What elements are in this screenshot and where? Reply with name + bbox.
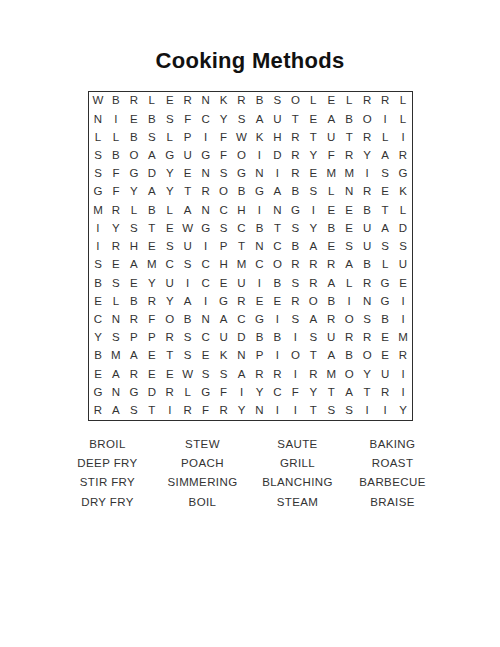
grid-cell[interactable]: O [340, 311, 358, 329]
grid-cell[interactable]: T [304, 347, 322, 365]
grid-cell[interactable]: O [161, 311, 179, 329]
grid-cell[interactable]: P [143, 329, 161, 347]
grid-cell[interactable]: S [89, 147, 107, 165]
grid-cell[interactable]: O [286, 92, 304, 110]
grid-cell[interactable]: I [394, 128, 412, 146]
grid-cell[interactable]: H [233, 201, 251, 219]
grid-cell[interactable]: B [358, 201, 376, 219]
grid-cell[interactable]: I [340, 292, 358, 310]
grid-cell[interactable]: T [143, 402, 161, 420]
grid-cell[interactable]: G [125, 165, 143, 183]
grid-cell[interactable]: R [233, 92, 251, 110]
grid-cell[interactable]: I [161, 402, 179, 420]
grid-cell[interactable]: I [394, 384, 412, 402]
grid-cell[interactable]: F [215, 384, 233, 402]
grid-cell[interactable]: S [340, 402, 358, 420]
grid-cell[interactable]: A [215, 311, 233, 329]
grid-cell[interactable]: G [251, 183, 269, 201]
grid-cell[interactable]: I [197, 128, 215, 146]
grid-cell[interactable]: Y [358, 365, 376, 383]
grid-cell[interactable]: L [394, 92, 412, 110]
grid-cell[interactable]: I [376, 402, 394, 420]
grid-cell[interactable]: F [215, 147, 233, 165]
grid-cell[interactable]: Y [304, 384, 322, 402]
grid-cell[interactable]: R [376, 92, 394, 110]
grid-cell[interactable]: R [376, 384, 394, 402]
grid-cell[interactable]: G [125, 384, 143, 402]
grid-cell[interactable]: Y [304, 147, 322, 165]
grid-cell[interactable]: R [179, 92, 197, 110]
grid-cell[interactable]: C [233, 311, 251, 329]
grid-cell[interactable]: U [358, 238, 376, 256]
grid-cell[interactable]: C [268, 238, 286, 256]
grid-cell[interactable]: C [268, 384, 286, 402]
grid-cell[interactable]: B [286, 183, 304, 201]
grid-cell[interactable]: U [268, 110, 286, 128]
grid-cell[interactable]: M [322, 165, 340, 183]
grid-cell[interactable]: W [179, 220, 197, 238]
grid-cell[interactable]: O [340, 365, 358, 383]
grid-cell[interactable]: D [233, 329, 251, 347]
grid-cell[interactable]: G [197, 220, 215, 238]
grid-cell[interactable]: T [304, 402, 322, 420]
grid-cell[interactable]: E [340, 201, 358, 219]
grid-cell[interactable]: L [107, 292, 125, 310]
grid-cell[interactable]: C [197, 110, 215, 128]
grid-cell[interactable]: Y [89, 329, 107, 347]
grid-cell[interactable]: B [143, 110, 161, 128]
grid-cell[interactable]: R [358, 274, 376, 292]
grid-cell[interactable]: B [358, 256, 376, 274]
grid-cell[interactable]: L [304, 92, 322, 110]
grid-cell[interactable]: R [322, 311, 340, 329]
grid-cell[interactable]: L [125, 201, 143, 219]
grid-cell[interactable]: A [340, 256, 358, 274]
grid-cell[interactable]: E [376, 347, 394, 365]
grid-cell[interactable]: A [268, 183, 286, 201]
grid-cell[interactable]: L [394, 201, 412, 219]
grid-cell[interactable]: I [197, 238, 215, 256]
grid-cell[interactable]: F [143, 311, 161, 329]
grid-cell[interactable]: I [376, 110, 394, 128]
grid-cell[interactable]: Y [358, 147, 376, 165]
grid-cell[interactable]: M [340, 165, 358, 183]
grid-cell[interactable]: Y [161, 292, 179, 310]
grid-cell[interactable]: I [233, 384, 251, 402]
grid-cell[interactable]: I [179, 274, 197, 292]
grid-cell[interactable]: O [215, 183, 233, 201]
grid-cell[interactable]: R [340, 329, 358, 347]
grid-cell[interactable]: G [251, 311, 269, 329]
grid-cell[interactable]: G [197, 147, 215, 165]
grid-cell[interactable]: L [107, 128, 125, 146]
grid-cell[interactable]: G [286, 201, 304, 219]
grid-cell[interactable]: B [179, 311, 197, 329]
grid-cell[interactable]: E [143, 347, 161, 365]
grid-cell[interactable]: R [304, 274, 322, 292]
grid-cell[interactable]: S [358, 311, 376, 329]
grid-cell[interactable]: A [322, 274, 340, 292]
grid-cell[interactable]: B [251, 92, 269, 110]
grid-cell[interactable]: I [197, 292, 215, 310]
grid-cell[interactable]: L [161, 201, 179, 219]
grid-cell[interactable]: O [358, 347, 376, 365]
grid-cell[interactable]: L [179, 384, 197, 402]
grid-cell[interactable]: S [215, 365, 233, 383]
grid-cell[interactable]: O [286, 347, 304, 365]
grid-cell[interactable]: A [143, 183, 161, 201]
grid-cell[interactable]: E [394, 274, 412, 292]
grid-cell[interactable]: K [251, 128, 269, 146]
grid-cell[interactable]: A [322, 110, 340, 128]
grid-cell[interactable]: I [268, 402, 286, 420]
grid-cell[interactable]: S [215, 220, 233, 238]
grid-cell[interactable]: G [89, 183, 107, 201]
grid-cell[interactable]: O [268, 256, 286, 274]
grid-cell[interactable]: R [358, 128, 376, 146]
grid-cell[interactable]: G [197, 384, 215, 402]
grid-cell[interactable]: N [251, 165, 269, 183]
grid-cell[interactable]: P [179, 128, 197, 146]
grid-cell[interactable]: Y [304, 220, 322, 238]
grid-cell[interactable]: E [322, 238, 340, 256]
grid-cell[interactable]: B [322, 220, 340, 238]
grid-cell[interactable]: S [179, 347, 197, 365]
grid-cell[interactable]: R [358, 329, 376, 347]
grid-cell[interactable]: S [376, 165, 394, 183]
grid-cell[interactable]: S [161, 238, 179, 256]
grid-cell[interactable]: A [340, 384, 358, 402]
grid-cell[interactable]: N [107, 384, 125, 402]
grid-cell[interactable]: R [286, 147, 304, 165]
grid-cell[interactable]: C [197, 256, 215, 274]
grid-cell[interactable]: E [304, 110, 322, 128]
grid-cell[interactable]: I [89, 220, 107, 238]
grid-cell[interactable]: R [233, 292, 251, 310]
grid-cell[interactable]: A [322, 347, 340, 365]
grid-cell[interactable]: L [340, 274, 358, 292]
grid-cell[interactable]: A [107, 402, 125, 420]
grid-cell[interactable]: S [322, 402, 340, 420]
grid-cell[interactable]: C [161, 256, 179, 274]
grid-cell[interactable]: G [394, 165, 412, 183]
grid-cell[interactable]: U [161, 274, 179, 292]
grid-cell[interactable]: I [304, 201, 322, 219]
grid-cell[interactable]: E [89, 292, 107, 310]
grid-cell[interactable]: S [286, 311, 304, 329]
grid-cell[interactable]: I [358, 165, 376, 183]
grid-cell[interactable]: R [340, 147, 358, 165]
grid-cell[interactable]: N [251, 402, 269, 420]
grid-cell[interactable]: S [125, 220, 143, 238]
grid-cell[interactable]: S [304, 329, 322, 347]
grid-cell[interactable]: S [233, 110, 251, 128]
grid-cell[interactable]: B [107, 92, 125, 110]
grid-cell[interactable]: C [197, 329, 215, 347]
grid-cell[interactable]: L [376, 128, 394, 146]
grid-cell[interactable]: L [89, 128, 107, 146]
grid-cell[interactable]: I [89, 238, 107, 256]
grid-cell[interactable]: B [340, 110, 358, 128]
grid-cell[interactable]: R [125, 92, 143, 110]
grid-cell[interactable]: R [161, 329, 179, 347]
grid-cell[interactable]: R [394, 147, 412, 165]
grid-cell[interactable]: O [125, 147, 143, 165]
grid-cell[interactable]: B [286, 238, 304, 256]
grid-cell[interactable]: F [179, 110, 197, 128]
grid-cell[interactable]: L [340, 92, 358, 110]
grid-cell[interactable]: Y [143, 274, 161, 292]
grid-cell[interactable]: H [215, 256, 233, 274]
grid-cell[interactable]: I [394, 311, 412, 329]
grid-cell[interactable]: M [143, 256, 161, 274]
grid-cell[interactable]: O [358, 110, 376, 128]
grid-cell[interactable]: N [268, 201, 286, 219]
grid-cell[interactable]: E [143, 365, 161, 383]
grid-cell[interactable]: I [107, 110, 125, 128]
grid-cell[interactable]: A [304, 311, 322, 329]
grid-cell[interactable]: A [376, 147, 394, 165]
grid-cell[interactable]: A [125, 347, 143, 365]
grid-cell[interactable]: B [340, 347, 358, 365]
grid-cell[interactable]: R [286, 128, 304, 146]
grid-cell[interactable]: B [268, 274, 286, 292]
grid-cell[interactable]: E [125, 110, 143, 128]
grid-cell[interactable]: B [107, 147, 125, 165]
grid-cell[interactable]: R [89, 402, 107, 420]
grid-cell[interactable]: B [376, 311, 394, 329]
grid-cell[interactable]: T [161, 347, 179, 365]
grid-cell[interactable]: U [394, 256, 412, 274]
grid-cell[interactable]: B [322, 292, 340, 310]
grid-cell[interactable]: G [89, 384, 107, 402]
grid-cell[interactable]: B [143, 201, 161, 219]
grid-cell[interactable]: S [107, 274, 125, 292]
grid-cell[interactable]: R [251, 365, 269, 383]
grid-cell[interactable]: D [143, 384, 161, 402]
grid-cell[interactable]: M [394, 329, 412, 347]
grid-cell[interactable]: K [215, 347, 233, 365]
grid-cell[interactable]: A [376, 220, 394, 238]
grid-cell[interactable]: I [286, 365, 304, 383]
grid-cell[interactable]: B [125, 292, 143, 310]
grid-cell[interactable]: I [268, 165, 286, 183]
grid-cell[interactable]: W [89, 92, 107, 110]
grid-cell[interactable]: T [179, 183, 197, 201]
grid-cell[interactable]: A [251, 110, 269, 128]
grid-cell[interactable]: Y [161, 165, 179, 183]
grid-cell[interactable]: G [215, 292, 233, 310]
grid-cell[interactable]: R [358, 183, 376, 201]
grid-cell[interactable]: A [125, 256, 143, 274]
grid-cell[interactable]: U [376, 365, 394, 383]
grid-cell[interactable]: E [161, 220, 179, 238]
grid-cell[interactable]: L [161, 128, 179, 146]
grid-cell[interactable]: S [179, 329, 197, 347]
grid-cell[interactable]: E [322, 201, 340, 219]
grid-cell[interactable]: P [125, 329, 143, 347]
grid-cell[interactable]: S [340, 238, 358, 256]
grid-cell[interactable]: K [215, 92, 233, 110]
grid-cell[interactable]: R [286, 256, 304, 274]
grid-cell[interactable]: Y [125, 183, 143, 201]
grid-cell[interactable]: S [107, 329, 125, 347]
grid-cell[interactable]: E [215, 274, 233, 292]
grid-cell[interactable]: I [286, 402, 304, 420]
grid-cell[interactable]: T [143, 220, 161, 238]
grid-cell[interactable]: E [268, 292, 286, 310]
grid-cell[interactable]: N [197, 92, 215, 110]
grid-cell[interactable]: R [179, 402, 197, 420]
grid-cell[interactable]: T [286, 110, 304, 128]
grid-cell[interactable]: R [107, 201, 125, 219]
grid-cell[interactable]: C [215, 201, 233, 219]
grid-cell[interactable]: H [125, 238, 143, 256]
grid-cell[interactable]: E [304, 165, 322, 183]
grid-cell[interactable]: T [268, 220, 286, 238]
grid-cell[interactable]: R [161, 384, 179, 402]
grid-cell[interactable]: E [143, 238, 161, 256]
grid-cell[interactable]: N [197, 165, 215, 183]
grid-cell[interactable]: R [125, 311, 143, 329]
grid-cell[interactable]: H [268, 128, 286, 146]
grid-cell[interactable]: S [125, 402, 143, 420]
grid-cell[interactable]: N [340, 183, 358, 201]
grid-cell[interactable]: F [322, 147, 340, 165]
grid-cell[interactable]: O [233, 147, 251, 165]
grid-cell[interactable]: U [233, 274, 251, 292]
grid-cell[interactable]: N [251, 238, 269, 256]
grid-cell[interactable]: N [358, 292, 376, 310]
grid-cell[interactable]: G [376, 292, 394, 310]
grid-cell[interactable]: R [215, 402, 233, 420]
grid-cell[interactable]: Y [107, 220, 125, 238]
grid-cell[interactable]: I [394, 292, 412, 310]
grid-cell[interactable]: B [89, 274, 107, 292]
grid-cell[interactable]: B [251, 329, 269, 347]
grid-cell[interactable]: U [358, 220, 376, 238]
grid-cell[interactable]: T [322, 384, 340, 402]
grid-cell[interactable]: B [125, 128, 143, 146]
grid-cell[interactable]: I [286, 329, 304, 347]
grid-cell[interactable]: R [197, 183, 215, 201]
grid-cell[interactable]: Y [394, 402, 412, 420]
grid-cell[interactable]: W [179, 365, 197, 383]
grid-cell[interactable]: D [268, 147, 286, 165]
grid-cell[interactable]: D [394, 220, 412, 238]
grid-cell[interactable]: B [233, 183, 251, 201]
grid-cell[interactable]: E [322, 92, 340, 110]
grid-cell[interactable]: F [197, 402, 215, 420]
grid-cell[interactable]: E [376, 329, 394, 347]
grid-cell[interactable]: S [161, 110, 179, 128]
grid-cell[interactable]: M [89, 201, 107, 219]
grid-cell[interactable]: O [304, 292, 322, 310]
grid-cell[interactable]: C [251, 256, 269, 274]
grid-cell[interactable]: R [268, 365, 286, 383]
grid-cell[interactable]: B [268, 329, 286, 347]
grid-cell[interactable]: A [107, 365, 125, 383]
grid-cell[interactable]: A [233, 365, 251, 383]
grid-cell[interactable]: F [107, 183, 125, 201]
grid-cell[interactable]: L [394, 110, 412, 128]
grid-cell[interactable]: T [304, 128, 322, 146]
grid-cell[interactable]: U [179, 238, 197, 256]
grid-cell[interactable]: A [179, 201, 197, 219]
grid-cell[interactable]: E [89, 365, 107, 383]
grid-cell[interactable]: A [304, 238, 322, 256]
grid-cell[interactable]: R [304, 365, 322, 383]
grid-cell[interactable]: S [286, 220, 304, 238]
grid-cell[interactable]: S [304, 183, 322, 201]
grid-cell[interactable]: M [322, 365, 340, 383]
grid-cell[interactable]: Y [251, 384, 269, 402]
grid-cell[interactable]: I [358, 402, 376, 420]
grid-cell[interactable]: T [233, 238, 251, 256]
grid-cell[interactable]: R [143, 292, 161, 310]
grid-cell[interactable]: I [251, 274, 269, 292]
grid-cell[interactable]: S [376, 238, 394, 256]
grid-cell[interactable]: A [179, 292, 197, 310]
grid-cell[interactable]: E [251, 292, 269, 310]
grid-cell[interactable]: B [251, 220, 269, 238]
grid-cell[interactable]: E [340, 220, 358, 238]
grid-cell[interactable]: P [251, 347, 269, 365]
grid-cell[interactable]: F [286, 384, 304, 402]
grid-cell[interactable]: R [125, 365, 143, 383]
grid-cell[interactable]: Y [233, 402, 251, 420]
grid-cell[interactable]: I [251, 201, 269, 219]
grid-cell[interactable]: E [161, 365, 179, 383]
grid-cell[interactable]: R [286, 292, 304, 310]
grid-cell[interactable]: N [107, 311, 125, 329]
grid-cell[interactable]: E [125, 274, 143, 292]
grid-cell[interactable]: T [376, 201, 394, 219]
grid-cell[interactable]: L [143, 92, 161, 110]
grid-cell[interactable]: Y [161, 183, 179, 201]
grid-cell[interactable]: C [233, 220, 251, 238]
grid-cell[interactable]: N [89, 110, 107, 128]
grid-cell[interactable]: I [268, 347, 286, 365]
grid-cell[interactable]: U [215, 329, 233, 347]
grid-cell[interactable]: M [233, 256, 251, 274]
grid-cell[interactable]: S [179, 256, 197, 274]
grid-cell[interactable]: D [143, 165, 161, 183]
grid-cell[interactable]: S [89, 256, 107, 274]
grid-cell[interactable]: E [161, 92, 179, 110]
grid-cell[interactable]: C [89, 311, 107, 329]
grid-cell[interactable]: T [358, 384, 376, 402]
grid-cell[interactable]: G [233, 165, 251, 183]
grid-cell[interactable]: S [215, 165, 233, 183]
grid-cell[interactable]: S [89, 165, 107, 183]
grid-cell[interactable]: U [322, 329, 340, 347]
grid-cell[interactable]: N [233, 347, 251, 365]
grid-cell[interactable]: K [394, 183, 412, 201]
grid-cell[interactable]: I [268, 311, 286, 329]
grid-cell[interactable]: F [107, 165, 125, 183]
grid-cell[interactable]: R [358, 92, 376, 110]
grid-cell[interactable]: N [197, 201, 215, 219]
grid-cell[interactable]: E [179, 165, 197, 183]
grid-cell[interactable]: U [179, 147, 197, 165]
grid-cell[interactable]: B [89, 347, 107, 365]
grid-cell[interactable]: C [197, 274, 215, 292]
grid-cell[interactable]: M [107, 347, 125, 365]
grid-cell[interactable]: F [215, 128, 233, 146]
grid-cell[interactable]: S [197, 365, 215, 383]
grid-cell[interactable]: P [215, 238, 233, 256]
